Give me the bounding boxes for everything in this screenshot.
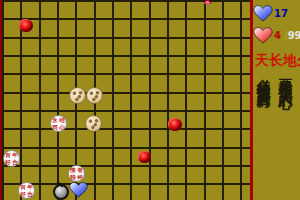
cookie[interactable] xyxy=(69,87,86,104)
token-character: 合 xyxy=(12,159,18,165)
cookie[interactable] xyxy=(86,87,103,104)
token-character: 结 xyxy=(59,117,65,123)
game-board[interactable]: 永结同心百年好合情有独钟百年好合 xyxy=(0,0,250,200)
token-character: 年 xyxy=(12,152,18,158)
grey-bomb[interactable] xyxy=(53,184,69,200)
token-character: 百 xyxy=(20,184,26,190)
verse-right-column: 要想锁住男人的心 xyxy=(277,67,294,200)
heart-icon xyxy=(69,181,88,199)
status-panel: 17 4 / 99 天长地久 必须锁住男人的胃 要想锁住男人的心 xyxy=(253,0,300,200)
red-heart-counter: 4 / 99 xyxy=(253,26,300,45)
rose[interactable] xyxy=(168,118,182,131)
token-character: 心 xyxy=(59,124,65,130)
verse-left-column: 必须锁住男人的胃 xyxy=(255,67,272,200)
blue-heart-icon xyxy=(253,4,273,23)
token-character: 钟 xyxy=(77,174,83,180)
token-character: 永 xyxy=(52,117,58,123)
red-heart-max: 99 xyxy=(288,30,300,41)
token-bainianhaohe[interactable]: 百年好合 xyxy=(3,150,20,167)
token-character: 年 xyxy=(27,184,33,190)
blue-heart-count: 17 xyxy=(274,8,288,19)
rose[interactable] xyxy=(19,19,33,32)
blue-heart-counter: 17 xyxy=(253,4,288,23)
token-qingyouduzhong[interactable]: 情有独钟 xyxy=(68,165,85,182)
rose[interactable] xyxy=(138,151,151,163)
token-character: 好 xyxy=(5,159,11,165)
token-bainianhaohe[interactable]: 百年好合 xyxy=(18,182,35,199)
red-heart-icon xyxy=(253,26,273,45)
token-character: 独 xyxy=(70,174,76,180)
token-yongjietongxin[interactable]: 永结同心 xyxy=(50,115,67,132)
cookie[interactable] xyxy=(85,115,102,132)
red-heart-count: 4 xyxy=(274,30,281,41)
token-character: 百 xyxy=(5,152,11,158)
token-character: 好 xyxy=(20,191,26,197)
partial-pink-object[interactable] xyxy=(204,0,211,4)
token-character: 同 xyxy=(52,124,58,130)
blue-heart-token[interactable] xyxy=(69,181,88,199)
token-character: 情 xyxy=(70,167,76,173)
token-character: 有 xyxy=(77,167,83,173)
token-character: 合 xyxy=(27,191,33,197)
game-screen: 永结同心百年好合情有独钟百年好合 17 xyxy=(0,0,300,200)
